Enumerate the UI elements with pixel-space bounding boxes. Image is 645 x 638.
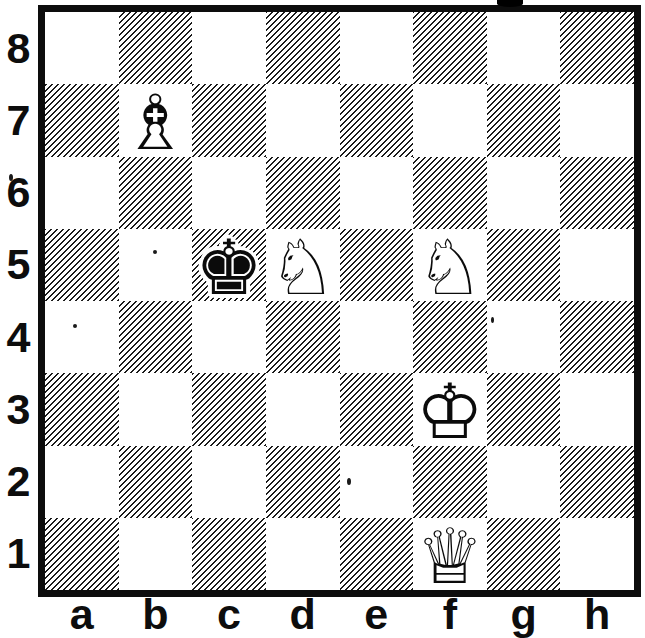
square-d6	[266, 157, 340, 229]
square-f6	[413, 157, 487, 229]
square-c7	[192, 84, 266, 156]
print-speck-3	[491, 317, 494, 323]
square-b3	[119, 373, 193, 445]
square-c5: ♚	[192, 229, 266, 301]
square-a4	[45, 301, 119, 373]
square-d5: ♘	[266, 229, 340, 301]
square-a6	[45, 157, 119, 229]
square-e3	[340, 373, 414, 445]
file-label-b: b	[119, 591, 193, 637]
square-f8	[413, 12, 487, 84]
square-c2	[192, 446, 266, 518]
file-label-a: a	[45, 591, 119, 637]
square-h5	[560, 229, 634, 301]
square-f7	[413, 84, 487, 156]
white-knight-d5: ♘	[269, 230, 337, 301]
square-a7	[45, 84, 119, 156]
square-c6	[192, 157, 266, 229]
square-g5	[487, 229, 561, 301]
square-b6	[119, 157, 193, 229]
square-g3	[487, 373, 561, 445]
square-b1	[119, 518, 193, 590]
square-b5	[119, 229, 193, 301]
square-g7	[487, 84, 561, 156]
white-knight-f5: ♘	[416, 230, 484, 301]
square-e1	[340, 518, 414, 590]
square-f2	[413, 446, 487, 518]
rank-label-1: 1	[0, 518, 37, 590]
square-a1	[45, 518, 119, 590]
square-g8	[487, 12, 561, 84]
square-b4	[119, 301, 193, 373]
square-h2	[560, 446, 634, 518]
cropped-caption-mark	[497, 0, 523, 7]
rank-label-6: 6	[0, 157, 37, 229]
square-h8	[560, 12, 634, 84]
white-queen-f1: ♕	[416, 519, 484, 590]
rank-labels: 87654321	[0, 12, 37, 590]
square-d8	[266, 12, 340, 84]
square-d4	[266, 301, 340, 373]
file-label-h: h	[560, 591, 634, 637]
square-a2	[45, 446, 119, 518]
square-f1: ♕	[413, 518, 487, 590]
square-g4	[487, 301, 561, 373]
chess-board: ♗♚♘♘♔♕	[38, 5, 641, 597]
rank-label-5: 5	[0, 229, 37, 301]
square-h3	[560, 373, 634, 445]
white-king-f3: ♔	[416, 374, 484, 445]
rank-label-2: 2	[0, 446, 37, 518]
square-h7	[560, 84, 634, 156]
square-g6	[487, 157, 561, 229]
file-label-g: g	[487, 591, 561, 637]
file-labels: abcdefgh	[45, 591, 634, 637]
square-b7: ♗	[119, 84, 193, 156]
square-f5: ♘	[413, 229, 487, 301]
square-d2	[266, 446, 340, 518]
square-g2	[487, 446, 561, 518]
square-a8	[45, 12, 119, 84]
square-d7	[266, 84, 340, 156]
square-c8	[192, 12, 266, 84]
square-b8	[119, 12, 193, 84]
white-bishop-b7: ♗	[121, 85, 189, 156]
chess-diagram-page: 87654321 ♗♚♘♘♔♕ abcdefgh	[0, 0, 645, 638]
black-king-c5: ♚	[195, 230, 263, 301]
square-e7	[340, 84, 414, 156]
file-label-c: c	[192, 591, 266, 637]
rank-label-8: 8	[0, 12, 37, 84]
square-h1	[560, 518, 634, 590]
square-a3	[45, 373, 119, 445]
square-e8	[340, 12, 414, 84]
rank-label-7: 7	[0, 84, 37, 156]
square-b2	[119, 446, 193, 518]
file-label-e: e	[340, 591, 414, 637]
square-c3	[192, 373, 266, 445]
print-speck-1	[73, 324, 77, 328]
rank-label-3: 3	[0, 373, 37, 445]
square-g1	[487, 518, 561, 590]
square-f4	[413, 301, 487, 373]
print-speck-4	[9, 174, 13, 181]
square-f3: ♔	[413, 373, 487, 445]
square-e6	[340, 157, 414, 229]
square-h4	[560, 301, 634, 373]
square-e5	[340, 229, 414, 301]
print-speck-2	[347, 478, 351, 485]
rank-label-4: 4	[0, 301, 37, 373]
square-d3	[266, 373, 340, 445]
square-d1	[266, 518, 340, 590]
print-speck-0	[153, 250, 157, 254]
square-a5	[45, 229, 119, 301]
square-e4	[340, 301, 414, 373]
square-h6	[560, 157, 634, 229]
square-c4	[192, 301, 266, 373]
square-c1	[192, 518, 266, 590]
file-label-d: d	[266, 591, 340, 637]
file-label-f: f	[413, 591, 487, 637]
